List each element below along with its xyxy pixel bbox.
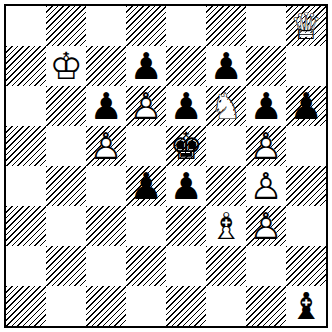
square-b3[interactable] bbox=[46, 206, 86, 246]
black-pawn-d7[interactable]: ♟ bbox=[126, 46, 166, 86]
square-h4[interactable] bbox=[286, 166, 326, 206]
square-e7[interactable] bbox=[166, 46, 206, 86]
square-e1[interactable] bbox=[166, 286, 206, 326]
square-a7[interactable] bbox=[6, 46, 46, 86]
square-d2[interactable] bbox=[126, 246, 166, 286]
square-b5[interactable] bbox=[46, 126, 86, 166]
black-pawn-e6[interactable]: ♟ bbox=[166, 86, 206, 126]
square-a5[interactable] bbox=[6, 126, 46, 166]
square-b6[interactable] bbox=[46, 86, 86, 126]
white-pawn-d6[interactable]: ♙ bbox=[126, 86, 166, 126]
black-pawn-g6[interactable]: ♟ bbox=[246, 86, 286, 126]
square-d4[interactable]: ♟ bbox=[126, 166, 166, 206]
chess-board: ♛♕♚♔♟♟♟♟♙♟♞♘♟♟♟♙♚♟♙♟♟♟♙♝♗♟♙♝ bbox=[6, 6, 326, 326]
chess-diagram-page: ♛♕♚♔♟♟♟♟♙♟♞♘♟♟♟♙♚♟♙♟♟♟♙♝♗♟♙♝ bbox=[0, 0, 332, 332]
square-e3[interactable] bbox=[166, 206, 206, 246]
white-bishop-f3[interactable]: ♗ bbox=[206, 206, 246, 246]
square-h8[interactable]: ♛♕ bbox=[286, 6, 326, 46]
square-e6[interactable]: ♟ bbox=[166, 86, 206, 126]
white-knight-f6[interactable]: ♘ bbox=[206, 86, 246, 126]
square-f2[interactable] bbox=[206, 246, 246, 286]
square-e4[interactable]: ♟ bbox=[166, 166, 206, 206]
square-f4[interactable] bbox=[206, 166, 246, 206]
white-pawn-g5[interactable]: ♙ bbox=[246, 126, 286, 166]
square-b2[interactable] bbox=[46, 246, 86, 286]
board-frame: ♛♕♚♔♟♟♟♟♙♟♞♘♟♟♟♙♚♟♙♟♟♟♙♝♗♟♙♝ bbox=[4, 4, 328, 328]
square-d7[interactable]: ♟ bbox=[126, 46, 166, 86]
square-g6[interactable]: ♟ bbox=[246, 86, 286, 126]
square-g7[interactable] bbox=[246, 46, 286, 86]
square-c7[interactable] bbox=[86, 46, 126, 86]
black-pawn-e4[interactable]: ♟ bbox=[166, 166, 206, 206]
white-pawn-c5[interactable]: ♙ bbox=[86, 126, 126, 166]
square-e2[interactable] bbox=[166, 246, 206, 286]
square-g8[interactable] bbox=[246, 6, 286, 46]
square-c1[interactable] bbox=[86, 286, 126, 326]
black-pawn-h6[interactable]: ♟ bbox=[286, 86, 326, 126]
square-a4[interactable] bbox=[6, 166, 46, 206]
square-f7[interactable]: ♟ bbox=[206, 46, 246, 86]
white-queen-h8[interactable]: ♕ bbox=[286, 6, 326, 46]
white-pawn-g4[interactable]: ♙ bbox=[246, 166, 286, 206]
square-h3[interactable] bbox=[286, 206, 326, 246]
square-a1[interactable] bbox=[6, 286, 46, 326]
square-e5[interactable]: ♚ bbox=[166, 126, 206, 166]
square-c3[interactable] bbox=[86, 206, 126, 246]
square-h5[interactable] bbox=[286, 126, 326, 166]
square-g3[interactable]: ♟♙ bbox=[246, 206, 286, 246]
square-h7[interactable] bbox=[286, 46, 326, 86]
square-b7[interactable]: ♚♔ bbox=[46, 46, 86, 86]
square-g5[interactable]: ♟♙ bbox=[246, 126, 286, 166]
square-f6[interactable]: ♞♘ bbox=[206, 86, 246, 126]
square-c8[interactable] bbox=[86, 6, 126, 46]
black-king-e5[interactable]: ♚ bbox=[166, 126, 206, 166]
square-c4[interactable] bbox=[86, 166, 126, 206]
square-f3[interactable]: ♝♗ bbox=[206, 206, 246, 246]
square-g2[interactable] bbox=[246, 246, 286, 286]
square-d6[interactable]: ♟♙ bbox=[126, 86, 166, 126]
square-b1[interactable] bbox=[46, 286, 86, 326]
square-d3[interactable] bbox=[126, 206, 166, 246]
square-a8[interactable] bbox=[6, 6, 46, 46]
square-a2[interactable] bbox=[6, 246, 46, 286]
square-h2[interactable] bbox=[286, 246, 326, 286]
square-a6[interactable] bbox=[6, 86, 46, 126]
square-f5[interactable] bbox=[206, 126, 246, 166]
square-c5[interactable]: ♟♙ bbox=[86, 126, 126, 166]
square-b4[interactable] bbox=[46, 166, 86, 206]
square-h1[interactable]: ♝ bbox=[286, 286, 326, 326]
square-c6[interactable]: ♟ bbox=[86, 86, 126, 126]
square-e8[interactable] bbox=[166, 6, 206, 46]
black-pawn-c6[interactable]: ♟ bbox=[86, 86, 126, 126]
square-h6[interactable]: ♟ bbox=[286, 86, 326, 126]
square-d8[interactable] bbox=[126, 6, 166, 46]
square-d1[interactable] bbox=[126, 286, 166, 326]
square-d5[interactable] bbox=[126, 126, 166, 166]
black-pawn-d4[interactable]: ♟ bbox=[126, 166, 166, 206]
white-pawn-g3[interactable]: ♙ bbox=[246, 206, 286, 246]
black-bishop-h1[interactable]: ♝ bbox=[286, 286, 326, 326]
square-f8[interactable] bbox=[206, 6, 246, 46]
square-f1[interactable] bbox=[206, 286, 246, 326]
white-king-b7[interactable]: ♔ bbox=[46, 46, 86, 86]
square-a3[interactable] bbox=[6, 206, 46, 246]
square-g4[interactable]: ♟♙ bbox=[246, 166, 286, 206]
square-g1[interactable] bbox=[246, 286, 286, 326]
square-c2[interactable] bbox=[86, 246, 126, 286]
square-b8[interactable] bbox=[46, 6, 86, 46]
black-pawn-f7[interactable]: ♟ bbox=[206, 46, 246, 86]
